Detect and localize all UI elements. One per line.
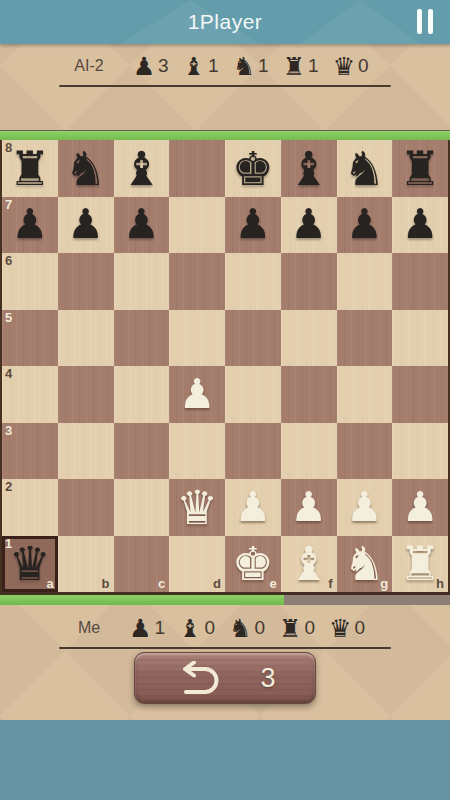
square-h6[interactable]: [392, 253, 448, 310]
square-b7[interactable]: ♟: [58, 197, 114, 254]
undo-arrow-icon: [174, 661, 222, 695]
white-pawn[interactable]: ♟: [346, 487, 383, 528]
pause-icon: [417, 9, 422, 34]
captured-pawn-count: 1: [155, 617, 166, 639]
square-a6[interactable]: 6: [2, 253, 58, 310]
square-b6[interactable]: [58, 253, 114, 310]
pause-button[interactable]: [412, 9, 438, 35]
file-label-c: c: [158, 577, 165, 591]
square-e8[interactable]: ♚: [225, 140, 281, 197]
square-f4[interactable]: [281, 366, 337, 423]
square-h8[interactable]: ♜: [392, 140, 448, 197]
opponent-name: AI-2: [74, 57, 103, 75]
rank-label-6: 6: [5, 254, 12, 268]
square-g5[interactable]: [337, 310, 393, 367]
captured-pawn-icon: ♟: [129, 616, 151, 641]
square-f1[interactable]: f♝: [281, 536, 337, 593]
black-queen[interactable]: ♛: [9, 540, 51, 587]
square-g1[interactable]: g♞: [337, 536, 393, 593]
chess-board: 8♜♞♝♚♝♞♜7♟♟♟♟♟♟♟654♟32♛♟♟♟♟1a♛bcde♚f♝g♞h…: [2, 140, 448, 592]
square-b8[interactable]: ♞: [58, 140, 114, 197]
black-bishop[interactable]: ♝: [288, 145, 330, 192]
square-a3[interactable]: 3: [2, 423, 58, 480]
square-c1[interactable]: c: [114, 536, 170, 593]
square-h5[interactable]: [392, 310, 448, 367]
square-e1[interactable]: e♚: [225, 536, 281, 593]
black-pawn[interactable]: ♟: [123, 204, 160, 245]
square-c8[interactable]: ♝: [114, 140, 170, 197]
square-f7[interactable]: ♟: [281, 197, 337, 254]
square-d5[interactable]: [169, 310, 225, 367]
captured-knight-icon: ♞: [233, 54, 255, 79]
captured-knight-count: 1: [258, 55, 269, 77]
square-a4[interactable]: 4: [2, 366, 58, 423]
captured-pawn-icon: ♟: [133, 54, 155, 79]
square-f5[interactable]: [281, 310, 337, 367]
captured-rook-count: 1: [308, 55, 319, 77]
square-h1[interactable]: h♜: [392, 536, 448, 593]
square-d6[interactable]: [169, 253, 225, 310]
pause-icon: [428, 9, 433, 34]
captured-rook-icon: ♜: [283, 54, 305, 79]
undo-count: 3: [260, 663, 275, 694]
square-d1[interactable]: d: [169, 536, 225, 593]
square-a1[interactable]: 1a♛: [2, 536, 58, 593]
black-pawn[interactable]: ♟: [290, 204, 327, 245]
square-c2[interactable]: [114, 479, 170, 536]
captured-knight-count: 0: [255, 617, 266, 639]
black-pawn[interactable]: ♟: [11, 204, 48, 245]
white-pawn[interactable]: ♟: [179, 374, 216, 415]
square-h3[interactable]: [392, 423, 448, 480]
captured-rook-icon: ♜: [279, 616, 301, 641]
file-label-d: d: [213, 577, 221, 591]
square-e5[interactable]: [225, 310, 281, 367]
square-b1[interactable]: b: [58, 536, 114, 593]
file-label-b: b: [102, 577, 110, 591]
opponent-panel: AI-2 ♟3 ♝1 ♞1 ♜1 ♛0: [0, 50, 450, 87]
captured-bishop-icon: ♝: [183, 54, 205, 79]
captured-bishop-count: 1: [208, 55, 219, 77]
app-background: 1Player AI-2 ♟3 ♝1 ♞1 ♜1 ♛0 8♜♞♝♚♝♞♜7♟♟♟…: [0, 0, 450, 800]
black-bishop[interactable]: ♝: [120, 145, 162, 192]
page-title: 1Player: [0, 0, 450, 44]
square-e4[interactable]: [225, 366, 281, 423]
captured-queen-count: 0: [358, 55, 369, 77]
black-pawn[interactable]: ♟: [402, 204, 439, 245]
square-b2[interactable]: [58, 479, 114, 536]
opponent-panel-underline: [59, 85, 391, 87]
square-a8[interactable]: 8♜: [2, 140, 58, 197]
square-a5[interactable]: 5: [2, 310, 58, 367]
captured-bishop-icon: ♝: [179, 616, 201, 641]
square-a7[interactable]: 7♟: [2, 197, 58, 254]
white-bishop[interactable]: ♝: [288, 540, 330, 587]
captured-knight-icon: ♞: [229, 616, 251, 641]
white-rook[interactable]: ♜: [399, 540, 441, 587]
white-pawn[interactable]: ♟: [402, 487, 439, 528]
chess-board-frame: 8♜♞♝♚♝♞♜7♟♟♟♟♟♟♟654♟32♛♟♟♟♟1a♛bcde♚f♝g♞h…: [0, 140, 450, 592]
player-progress-bar: [0, 592, 450, 605]
rank-label-5: 5: [5, 311, 12, 325]
black-pawn[interactable]: ♟: [346, 204, 383, 245]
player-panel-underline: [59, 647, 391, 649]
black-rook[interactable]: ♜: [399, 145, 441, 192]
black-rook[interactable]: ♜: [9, 145, 51, 192]
rank-label-2: 2: [5, 480, 12, 494]
white-pawn[interactable]: ♟: [290, 487, 327, 528]
square-f2[interactable]: ♟: [281, 479, 337, 536]
square-g8[interactable]: ♞: [337, 140, 393, 197]
square-a2[interactable]: 2: [2, 479, 58, 536]
player-name: Me: [78, 619, 100, 637]
player-panel: Me ♟1 ♝0 ♞0 ♜0 ♛0: [0, 612, 450, 649]
square-h7[interactable]: ♟: [392, 197, 448, 254]
white-king[interactable]: ♚: [232, 540, 274, 587]
square-d3[interactable]: [169, 423, 225, 480]
square-g7[interactable]: ♟: [337, 197, 393, 254]
captured-queen-icon: ♛: [333, 54, 355, 79]
square-g6[interactable]: [337, 253, 393, 310]
footer-bar: [0, 720, 450, 800]
square-c6[interactable]: [114, 253, 170, 310]
square-b3[interactable]: [58, 423, 114, 480]
square-d2[interactable]: ♛: [169, 479, 225, 536]
square-e7[interactable]: ♟: [225, 197, 281, 254]
player-progress-fill: [0, 595, 284, 605]
square-c3[interactable]: [114, 423, 170, 480]
square-b5[interactable]: [58, 310, 114, 367]
square-e3[interactable]: [225, 423, 281, 480]
black-knight[interactable]: ♞: [65, 145, 107, 192]
square-g3[interactable]: [337, 423, 393, 480]
square-c7[interactable]: ♟: [114, 197, 170, 254]
undo-button[interactable]: 3: [134, 652, 316, 704]
square-h4[interactable]: [392, 366, 448, 423]
square-e6[interactable]: [225, 253, 281, 310]
square-d8[interactable]: [169, 140, 225, 197]
square-f8[interactable]: ♝: [281, 140, 337, 197]
captured-queen-icon: ♛: [329, 616, 351, 641]
black-knight[interactable]: ♞: [343, 145, 385, 192]
square-g4[interactable]: [337, 366, 393, 423]
captured-bishop-count: 0: [205, 617, 216, 639]
header-bar: 1Player: [0, 0, 450, 44]
square-b4[interactable]: [58, 366, 114, 423]
white-queen[interactable]: ♛: [176, 484, 218, 531]
black-pawn[interactable]: ♟: [234, 204, 271, 245]
captured-rook-count: 0: [305, 617, 316, 639]
square-f3[interactable]: [281, 423, 337, 480]
square-f6[interactable]: [281, 253, 337, 310]
square-d4[interactable]: ♟: [169, 366, 225, 423]
square-h2[interactable]: ♟: [392, 479, 448, 536]
square-e2[interactable]: ♟: [225, 479, 281, 536]
square-g2[interactable]: ♟: [337, 479, 393, 536]
square-c4[interactable]: [114, 366, 170, 423]
black-king[interactable]: ♚: [232, 145, 274, 192]
white-pawn[interactable]: ♟: [234, 487, 271, 528]
black-pawn[interactable]: ♟: [67, 204, 104, 245]
square-c5[interactable]: [114, 310, 170, 367]
captured-queen-count: 0: [355, 617, 366, 639]
white-knight[interactable]: ♞: [343, 540, 385, 587]
captured-pawn-count: 3: [158, 55, 169, 77]
rank-label-4: 4: [5, 367, 12, 381]
rank-label-3: 3: [5, 424, 12, 438]
square-d7[interactable]: [169, 197, 225, 254]
